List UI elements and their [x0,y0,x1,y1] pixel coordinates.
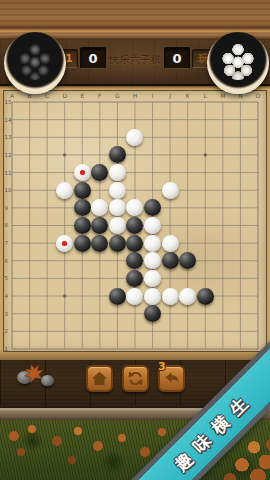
stone-black-G7 [109,235,126,252]
stone-black-H6 [126,252,143,269]
black-stones-in-bowl [16,43,53,80]
stone-black-J6 [162,252,179,269]
last-move-marker [80,170,85,175]
stone-white-G9 [109,199,126,216]
stone-white-I4 [144,288,161,305]
stone-black-H8 [126,217,143,234]
stone-white-J10 [162,182,179,199]
stone-white-J7 [162,235,179,252]
stone-black-I3 [144,305,161,322]
stone-white-H13 [126,129,143,146]
board-stones [4,91,266,351]
refresh-icon [126,369,145,388]
stone-white-G11 [109,164,126,181]
stone-black-E8 [74,217,91,234]
black-stones-bowl [4,32,66,94]
player-bar: 玩家1 0 快乐六子棋 0 玩家2 [0,40,270,84]
undo-count-badge: 3 [158,360,166,373]
game-title: 快乐六子棋 [102,53,168,67]
stone-black-K6 [179,252,196,269]
stone-white-I5 [144,270,161,287]
stone-white-G8 [109,217,126,234]
stone-white-D7 [56,235,73,252]
stone-black-G12 [109,146,126,163]
stone-black-E7 [74,235,91,252]
player1-score: 0 [88,51,97,66]
board-surface[interactable]: A15B14C13D12E11F10G9H8I7J6K5L4M3N2O1 [3,90,267,352]
board-frame: A15B14C13D12E11F10G9H8I7J6K5L4M3N2O1 [0,84,270,360]
undo-button[interactable]: 3 [158,365,185,392]
stone-white-I6 [144,252,161,269]
stone-white-E11 [74,164,91,181]
stone-white-G10 [109,182,126,199]
stone-black-F8 [91,217,108,234]
stone-black-I9 [144,199,161,216]
white-stones-in-bowl [219,43,256,80]
stone-white-K4 [179,288,196,305]
player2-score-box: 0 [164,47,190,69]
home-button[interactable] [86,365,113,392]
last-move-marker [62,241,67,246]
player2-score: 0 [172,51,181,66]
stone-black-H5 [126,270,143,287]
stone-black-G4 [109,288,126,305]
stone-white-I8 [144,217,161,234]
stone-black-E10 [74,182,91,199]
app-screen: 玩家1 0 快乐六子棋 0 玩家2 A15B14C13D12E11F10G9H8… [0,0,270,480]
stone-white-H9 [126,199,143,216]
stone-white-F9 [91,199,108,216]
stone-white-I7 [144,235,161,252]
stone-white-D10 [56,182,73,199]
restart-button[interactable] [122,365,149,392]
stone-white-H4 [126,288,143,305]
white-stones-bowl [207,32,269,94]
fallen-leaves [0,420,4,424]
stone-black-L4 [197,288,214,305]
stone-black-H7 [126,235,143,252]
stone-black-F11 [91,164,108,181]
stone-white-J4 [162,288,179,305]
stone-black-E9 [74,199,91,216]
stone-black-F7 [91,235,108,252]
home-icon [90,369,109,388]
